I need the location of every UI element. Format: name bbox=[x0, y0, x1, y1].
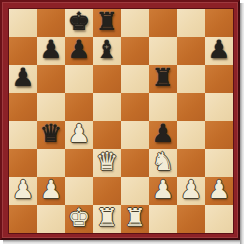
square-b5[interactable] bbox=[37, 93, 65, 121]
square-a3[interactable] bbox=[9, 149, 37, 177]
square-g7[interactable] bbox=[177, 37, 205, 65]
black-pawn: ♟ bbox=[152, 120, 174, 148]
square-b3[interactable] bbox=[37, 149, 65, 177]
chess-board: ♚♜♟♟♝♟♟♜♛♟♟♛♞♟♟♟♟♟♚♜♜ bbox=[9, 9, 233, 233]
white-pawn: ♟ bbox=[208, 176, 230, 204]
square-d5[interactable] bbox=[93, 93, 121, 121]
board-frame: ♚♜♟♟♝♟♟♜♛♟♟♛♞♟♟♟♟♟♚♜♜ bbox=[0, 0, 240, 240]
square-e5[interactable] bbox=[121, 93, 149, 121]
square-f3[interactable]: ♞ bbox=[149, 149, 177, 177]
black-king: ♚ bbox=[68, 8, 90, 36]
square-g5[interactable] bbox=[177, 93, 205, 121]
black-bishop: ♝ bbox=[96, 36, 118, 64]
square-d2[interactable] bbox=[93, 177, 121, 205]
square-d1[interactable]: ♜ bbox=[93, 205, 121, 233]
square-a2[interactable]: ♟ bbox=[9, 177, 37, 205]
square-b7[interactable]: ♟ bbox=[37, 37, 65, 65]
square-g4[interactable] bbox=[177, 121, 205, 149]
white-pawn: ♟ bbox=[12, 176, 34, 204]
square-c2[interactable] bbox=[65, 177, 93, 205]
black-rook: ♜ bbox=[96, 8, 118, 36]
square-a6[interactable]: ♟ bbox=[9, 65, 37, 93]
square-h4[interactable] bbox=[205, 121, 233, 149]
square-f2[interactable]: ♟ bbox=[149, 177, 177, 205]
square-e4[interactable] bbox=[121, 121, 149, 149]
square-b1[interactable] bbox=[37, 205, 65, 233]
white-queen: ♛ bbox=[96, 148, 118, 176]
white-pawn: ♟ bbox=[68, 120, 90, 148]
square-d8[interactable]: ♜ bbox=[93, 9, 121, 37]
square-g1[interactable] bbox=[177, 205, 205, 233]
square-c6[interactable] bbox=[65, 65, 93, 93]
white-pawn: ♟ bbox=[180, 176, 202, 204]
white-rook: ♜ bbox=[124, 204, 146, 232]
image-drop-shadow-right bbox=[240, 3, 244, 244]
square-a8[interactable] bbox=[9, 9, 37, 37]
square-c7[interactable]: ♟ bbox=[65, 37, 93, 65]
square-a4[interactable] bbox=[9, 121, 37, 149]
square-e3[interactable] bbox=[121, 149, 149, 177]
square-d4[interactable] bbox=[93, 121, 121, 149]
square-g3[interactable] bbox=[177, 149, 205, 177]
black-pawn: ♟ bbox=[208, 36, 230, 64]
square-h8[interactable] bbox=[205, 9, 233, 37]
white-knight: ♞ bbox=[152, 148, 174, 176]
square-h7[interactable]: ♟ bbox=[205, 37, 233, 65]
square-b6[interactable] bbox=[37, 65, 65, 93]
square-c8[interactable]: ♚ bbox=[65, 9, 93, 37]
square-a7[interactable] bbox=[9, 37, 37, 65]
black-rook: ♜ bbox=[152, 64, 174, 92]
white-pawn: ♟ bbox=[40, 176, 62, 204]
square-e7[interactable] bbox=[121, 37, 149, 65]
square-c4[interactable]: ♟ bbox=[65, 121, 93, 149]
square-f6[interactable]: ♜ bbox=[149, 65, 177, 93]
square-a1[interactable] bbox=[9, 205, 37, 233]
square-e1[interactable]: ♜ bbox=[121, 205, 149, 233]
square-f7[interactable] bbox=[149, 37, 177, 65]
square-f8[interactable] bbox=[149, 9, 177, 37]
square-h3[interactable] bbox=[205, 149, 233, 177]
white-rook: ♜ bbox=[96, 204, 118, 232]
square-a5[interactable] bbox=[9, 93, 37, 121]
square-g6[interactable] bbox=[177, 65, 205, 93]
square-h2[interactable]: ♟ bbox=[205, 177, 233, 205]
square-b4[interactable]: ♛ bbox=[37, 121, 65, 149]
square-e8[interactable] bbox=[121, 9, 149, 37]
black-pawn: ♟ bbox=[68, 36, 90, 64]
white-king: ♚ bbox=[68, 204, 90, 232]
black-queen: ♛ bbox=[40, 120, 62, 148]
square-f4[interactable]: ♟ bbox=[149, 121, 177, 149]
black-pawn: ♟ bbox=[12, 64, 34, 92]
square-g2[interactable]: ♟ bbox=[177, 177, 205, 205]
square-c1[interactable]: ♚ bbox=[65, 205, 93, 233]
white-pawn: ♟ bbox=[152, 176, 174, 204]
square-e6[interactable] bbox=[121, 65, 149, 93]
black-pawn: ♟ bbox=[40, 36, 62, 64]
image-drop-shadow-bottom bbox=[3, 240, 240, 244]
square-e2[interactable] bbox=[121, 177, 149, 205]
square-d3[interactable]: ♛ bbox=[93, 149, 121, 177]
square-b8[interactable] bbox=[37, 9, 65, 37]
square-b2[interactable]: ♟ bbox=[37, 177, 65, 205]
square-c5[interactable] bbox=[65, 93, 93, 121]
square-f5[interactable] bbox=[149, 93, 177, 121]
square-g8[interactable] bbox=[177, 9, 205, 37]
square-d7[interactable]: ♝ bbox=[93, 37, 121, 65]
square-h6[interactable] bbox=[205, 65, 233, 93]
square-d6[interactable] bbox=[93, 65, 121, 93]
square-h1[interactable] bbox=[205, 205, 233, 233]
square-h5[interactable] bbox=[205, 93, 233, 121]
square-f1[interactable] bbox=[149, 205, 177, 233]
square-c3[interactable] bbox=[65, 149, 93, 177]
chess-diagram: ♚♜♟♟♝♟♟♜♛♟♟♛♞♟♟♟♟♟♚♜♜ bbox=[0, 0, 244, 244]
